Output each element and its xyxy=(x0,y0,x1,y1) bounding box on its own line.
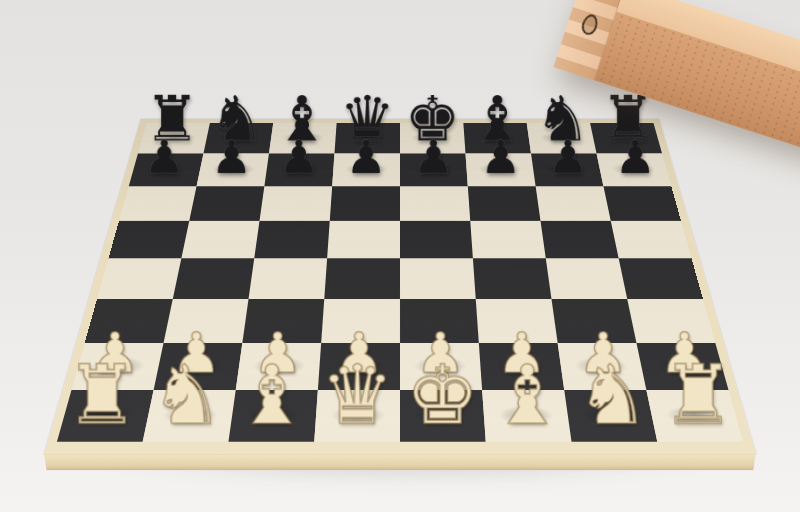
piece-black-pawn[interactable]: ♟ xyxy=(535,136,602,178)
square-d7[interactable]: ♟ xyxy=(332,153,400,186)
square-e5[interactable] xyxy=(400,221,473,259)
square-e1[interactable]: ♚ xyxy=(400,390,486,442)
square-d6[interactable] xyxy=(330,186,400,221)
piece-black-pawn[interactable]: ♟ xyxy=(131,136,198,178)
square-a4[interactable] xyxy=(97,258,181,298)
square-h5[interactable] xyxy=(611,221,692,259)
piece-black-pawn[interactable]: ♟ xyxy=(198,136,265,178)
piece-white-rook[interactable]: ♜ xyxy=(655,358,740,433)
square-a5[interactable] xyxy=(108,221,189,259)
square-b7[interactable]: ♟ xyxy=(197,153,269,186)
square-g1[interactable]: ♞ xyxy=(564,390,657,442)
square-f6[interactable] xyxy=(468,186,541,221)
square-g4[interactable] xyxy=(546,258,627,298)
square-c4[interactable] xyxy=(249,258,328,298)
square-b4[interactable] xyxy=(173,258,254,298)
square-g5[interactable] xyxy=(540,221,618,259)
board-surface: ♜♞♝♛♚♝♞♜♟♟♟♟♟♟♟♟♟♟♟♟♟♟♟♟♜♞♝♛♚♝♞♜ xyxy=(44,119,756,454)
piece-white-bishop[interactable]: ♝ xyxy=(230,358,315,433)
square-f5[interactable] xyxy=(470,221,546,259)
square-a1[interactable]: ♜ xyxy=(57,390,154,442)
chessboard: ♜♞♝♛♚♝♞♜♟♟♟♟♟♟♟♟♟♟♟♟♟♟♟♟♜♞♝♛♚♝♞♜ xyxy=(44,119,756,454)
square-h4[interactable] xyxy=(619,258,703,298)
square-h1[interactable]: ♜ xyxy=(646,390,743,442)
square-e6[interactable] xyxy=(400,186,470,221)
piece-white-bishop[interactable]: ♝ xyxy=(485,358,570,433)
piece-white-knight[interactable]: ♞ xyxy=(145,358,230,433)
piece-white-queen[interactable]: ♛ xyxy=(315,358,400,433)
square-d5[interactable] xyxy=(327,221,400,259)
square-d4[interactable] xyxy=(324,258,400,298)
square-b6[interactable] xyxy=(189,186,264,221)
piece-white-knight[interactable]: ♞ xyxy=(570,358,655,433)
square-e7[interactable]: ♟ xyxy=(400,153,468,186)
square-g7[interactable]: ♟ xyxy=(531,153,603,186)
square-h7[interactable]: ♟ xyxy=(597,153,672,186)
square-d1[interactable]: ♛ xyxy=(314,390,400,442)
square-f7[interactable]: ♟ xyxy=(466,153,536,186)
square-c5[interactable] xyxy=(254,221,330,259)
board-squares: ♜♞♝♛♚♝♞♜♟♟♟♟♟♟♟♟♟♟♟♟♟♟♟♟♜♞♝♛♚♝♞♜ xyxy=(57,123,743,442)
board-front-edge xyxy=(44,454,756,470)
box-latch xyxy=(579,12,600,37)
square-f1[interactable]: ♝ xyxy=(482,390,571,442)
square-g6[interactable] xyxy=(536,186,611,221)
square-a6[interactable] xyxy=(119,186,197,221)
square-c6[interactable] xyxy=(260,186,333,221)
piece-black-pawn[interactable]: ♟ xyxy=(467,136,534,178)
square-b5[interactable] xyxy=(181,221,259,259)
square-f4[interactable] xyxy=(473,258,552,298)
piece-black-pawn[interactable]: ♟ xyxy=(265,136,332,178)
square-a7[interactable]: ♟ xyxy=(129,153,204,186)
square-h6[interactable] xyxy=(603,186,681,221)
square-b1[interactable]: ♞ xyxy=(143,390,236,442)
piece-black-pawn[interactable]: ♟ xyxy=(400,136,467,178)
piece-white-king[interactable]: ♚ xyxy=(400,358,485,433)
square-e4[interactable] xyxy=(400,258,476,298)
piece-black-pawn[interactable]: ♟ xyxy=(333,136,400,178)
piece-white-rook[interactable]: ♜ xyxy=(59,358,144,433)
square-c7[interactable]: ♟ xyxy=(264,153,334,186)
square-c1[interactable]: ♝ xyxy=(228,390,317,442)
piece-black-pawn[interactable]: ♟ xyxy=(602,136,669,178)
